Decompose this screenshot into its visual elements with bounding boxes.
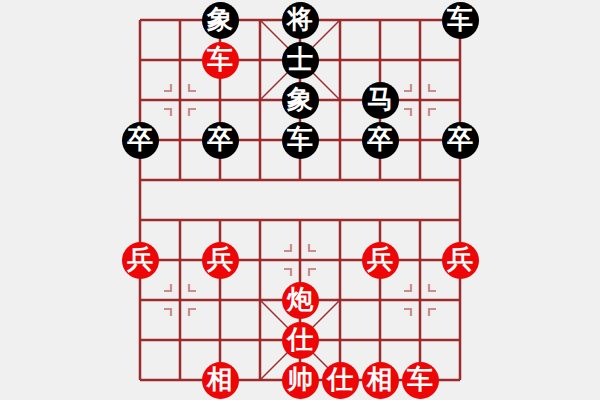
piece-black-general[interactable]: 将 [282, 2, 319, 39]
screen: 象将车车士象马卒卒车卒卒兵兵兵兵炮仕相帅仕相车 [0, 0, 600, 400]
piece-red-soldier[interactable]: 兵 [122, 242, 159, 279]
xiangqi-board: 象将车车士象马卒卒车卒卒兵兵兵兵炮仕相帅仕相车 [120, 0, 480, 400]
piece-red-advisor[interactable]: 仕 [322, 362, 359, 399]
piece-black-soldier[interactable]: 卒 [442, 122, 479, 159]
piece-red-elephant[interactable]: 相 [202, 362, 239, 399]
piece-black-advisor[interactable]: 士 [282, 42, 319, 79]
piece-red-elephant[interactable]: 相 [362, 362, 399, 399]
piece-black-horse[interactable]: 马 [362, 82, 399, 119]
piece-red-soldier[interactable]: 兵 [202, 242, 239, 279]
piece-layer: 象将车车士象马卒卒车卒卒兵兵兵兵炮仕相帅仕相车 [120, 0, 480, 400]
piece-black-elephant[interactable]: 象 [282, 82, 319, 119]
piece-black-soldier[interactable]: 卒 [362, 122, 399, 159]
piece-red-advisor[interactable]: 仕 [282, 322, 319, 359]
piece-red-chariot[interactable]: 车 [402, 362, 439, 399]
piece-black-elephant[interactable]: 象 [202, 2, 239, 39]
piece-black-chariot[interactable]: 车 [282, 122, 319, 159]
piece-red-soldier[interactable]: 兵 [442, 242, 479, 279]
piece-red-cannon[interactable]: 炮 [282, 282, 319, 319]
piece-black-soldier[interactable]: 卒 [202, 122, 239, 159]
piece-black-chariot[interactable]: 车 [442, 2, 479, 39]
piece-black-soldier[interactable]: 卒 [122, 122, 159, 159]
piece-red-general[interactable]: 帅 [282, 362, 319, 399]
piece-red-soldier[interactable]: 兵 [362, 242, 399, 279]
piece-red-chariot[interactable]: 车 [202, 42, 239, 79]
